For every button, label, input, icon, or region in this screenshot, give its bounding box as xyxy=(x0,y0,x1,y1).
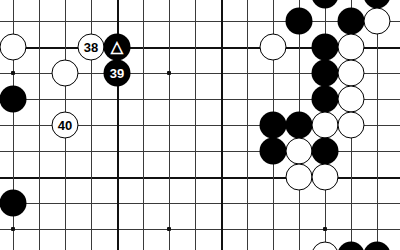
black-stone xyxy=(286,112,313,139)
grid-vline xyxy=(221,0,223,250)
white-stone xyxy=(286,138,313,165)
white-stone xyxy=(338,112,365,139)
white-stone xyxy=(312,112,339,139)
white-stone xyxy=(312,164,339,191)
black-stone xyxy=(312,34,339,61)
grid-vline xyxy=(39,0,40,250)
white-stone xyxy=(286,164,313,191)
grid-hline xyxy=(0,203,400,204)
white-stone xyxy=(338,86,365,113)
grid-vline xyxy=(247,0,248,250)
white-stone xyxy=(0,34,27,61)
star-point xyxy=(167,71,171,75)
star-point xyxy=(323,227,327,231)
black-stone xyxy=(286,8,313,35)
black-stone xyxy=(312,60,339,87)
white-stone xyxy=(364,8,391,35)
grid-vline xyxy=(377,0,378,250)
black-stone xyxy=(312,138,339,165)
white-stone xyxy=(52,60,79,87)
white-stone-move-70: 70 xyxy=(312,242,339,250)
star-point xyxy=(167,227,171,231)
black-stone xyxy=(260,112,287,139)
black-stone xyxy=(260,138,287,165)
grid-vline xyxy=(143,0,144,250)
star-point xyxy=(11,71,15,75)
black-stone-move-39: 39 xyxy=(104,60,131,87)
black-stone xyxy=(338,8,365,35)
triangle-marker-icon: △ xyxy=(111,38,123,54)
black-stone xyxy=(312,86,339,113)
black-stone xyxy=(364,242,391,250)
white-stone xyxy=(260,34,287,61)
black-stone xyxy=(312,0,339,9)
white-stone xyxy=(338,34,365,61)
go-board: 38△394070 xyxy=(0,0,400,250)
grid-hline xyxy=(0,177,400,179)
move-number-label: 40 xyxy=(58,119,72,132)
black-stone xyxy=(0,190,27,217)
move-number-label: 38 xyxy=(84,41,98,54)
grid-vline xyxy=(195,0,196,250)
white-stone-move-38: 38 xyxy=(78,34,105,61)
white-stone-move-40: 40 xyxy=(52,112,79,139)
black-stone xyxy=(0,86,27,113)
black-stone xyxy=(338,242,365,250)
grid-hline xyxy=(0,229,400,230)
black-stone-triangle-marked: △ xyxy=(104,34,131,61)
grid-vline xyxy=(169,0,170,250)
white-stone xyxy=(338,60,365,87)
star-point xyxy=(11,227,15,231)
grid-hline xyxy=(0,151,400,152)
move-number-label: 39 xyxy=(110,67,124,80)
